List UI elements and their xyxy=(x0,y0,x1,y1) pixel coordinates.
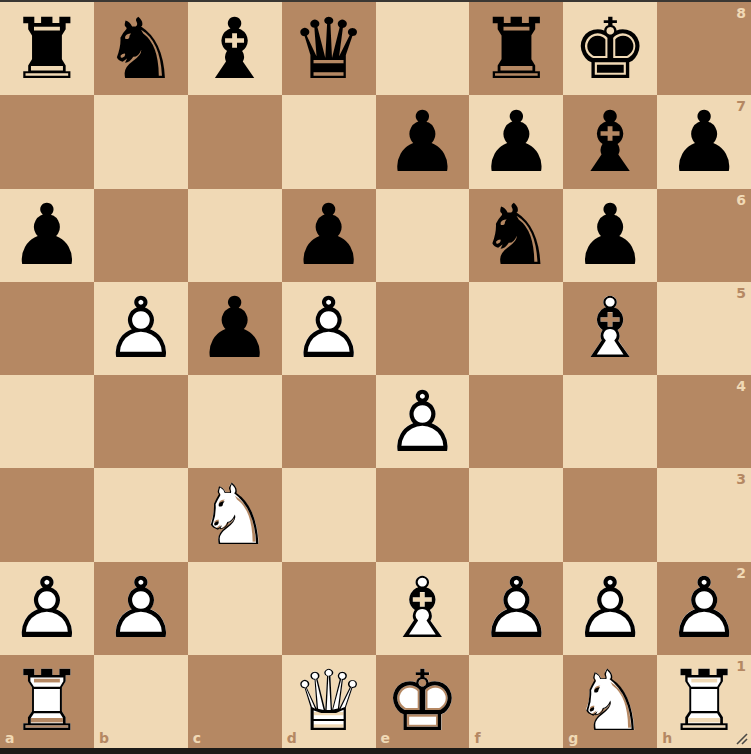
file-label-d: d xyxy=(287,731,297,745)
square-d3[interactable] xyxy=(282,468,376,561)
black-queen-icon: ♛ xyxy=(282,2,376,95)
black-pawn-icon: ♟ xyxy=(188,282,282,375)
square-c1[interactable]: c xyxy=(188,655,282,748)
square-a2[interactable]: ♟♙ xyxy=(0,562,94,655)
piece-fill: ♟ xyxy=(94,562,188,655)
square-g6[interactable]: ♟ xyxy=(563,189,657,282)
piece-outline: ♙ xyxy=(282,282,376,375)
square-f8[interactable]: ♜ xyxy=(469,2,563,95)
square-h7[interactable]: ♟7 xyxy=(657,95,751,188)
square-c4[interactable] xyxy=(188,375,282,468)
white-bishop-icon: ♝♗ xyxy=(376,562,470,655)
piece-fill: ♟ xyxy=(563,189,657,282)
square-g3[interactable] xyxy=(563,468,657,561)
square-d2[interactable] xyxy=(282,562,376,655)
square-b8[interactable]: ♞ xyxy=(94,2,188,95)
black-rook-icon: ♜ xyxy=(469,2,563,95)
square-h4[interactable]: 4 xyxy=(657,375,751,468)
piece-fill: ♛ xyxy=(282,2,376,95)
rank-label-4: 4 xyxy=(736,379,746,393)
square-h8[interactable]: 8 xyxy=(657,2,751,95)
piece-fill: ♟ xyxy=(469,95,563,188)
white-pawn-icon: ♟♙ xyxy=(94,562,188,655)
black-king-icon: ♚ xyxy=(563,2,657,95)
white-pawn-icon: ♟♙ xyxy=(0,562,94,655)
square-d4[interactable] xyxy=(282,375,376,468)
square-g7[interactable]: ♝ xyxy=(563,95,657,188)
piece-outline: ♙ xyxy=(563,562,657,655)
square-h3[interactable]: 3 xyxy=(657,468,751,561)
piece-fill: ♟ xyxy=(563,562,657,655)
black-knight-icon: ♞ xyxy=(469,189,563,282)
rank-label-3: 3 xyxy=(736,472,746,486)
square-b7[interactable] xyxy=(94,95,188,188)
square-g2[interactable]: ♟♙ xyxy=(563,562,657,655)
square-b3[interactable] xyxy=(94,468,188,561)
square-d8[interactable]: ♛ xyxy=(282,2,376,95)
square-a5[interactable] xyxy=(0,282,94,375)
rank-label-1: 1 xyxy=(736,659,746,673)
rank-label-6: 6 xyxy=(736,193,746,207)
white-pawn-icon: ♟♙ xyxy=(563,562,657,655)
piece-fill: ♞ xyxy=(188,468,282,561)
chess-app-window: ♜♞♝♛♜♚8♟♟♝♟7♟♟♞♟6♟♙♟♟♙♝♗5♟♙4♞♘3♟♙♟♙♝♗♟♙♟… xyxy=(0,0,751,754)
piece-fill: ♜ xyxy=(469,2,563,95)
square-e6[interactable] xyxy=(376,189,470,282)
square-e1[interactable]: ♚♔e xyxy=(376,655,470,748)
piece-fill: ♟ xyxy=(0,189,94,282)
file-label-a: a xyxy=(5,731,14,745)
square-g4[interactable] xyxy=(563,375,657,468)
piece-fill: ♟ xyxy=(0,562,94,655)
square-h1[interactable]: ♜♖1h xyxy=(657,655,751,748)
square-d7[interactable] xyxy=(282,95,376,188)
square-f5[interactable] xyxy=(469,282,563,375)
square-b1[interactable]: b xyxy=(94,655,188,748)
square-f3[interactable] xyxy=(469,468,563,561)
square-e7[interactable]: ♟ xyxy=(376,95,470,188)
piece-outline: ♙ xyxy=(376,375,470,468)
square-d5[interactable]: ♟♙ xyxy=(282,282,376,375)
board-resize-handle-icon[interactable] xyxy=(733,730,749,746)
piece-fill: ♟ xyxy=(376,375,470,468)
square-e4[interactable]: ♟♙ xyxy=(376,375,470,468)
chess-board: ♜♞♝♛♜♚8♟♟♝♟7♟♟♞♟6♟♙♟♟♙♝♗5♟♙4♞♘3♟♙♟♙♝♗♟♙♟… xyxy=(0,2,751,748)
white-pawn-icon: ♟♙ xyxy=(376,375,470,468)
white-pawn-icon: ♟♙ xyxy=(94,282,188,375)
black-knight-icon: ♞ xyxy=(94,2,188,95)
square-c3[interactable]: ♞♘ xyxy=(188,468,282,561)
piece-outline: ♙ xyxy=(94,282,188,375)
square-f4[interactable] xyxy=(469,375,563,468)
square-c8[interactable]: ♝ xyxy=(188,2,282,95)
piece-fill: ♟ xyxy=(282,189,376,282)
piece-outline: ♙ xyxy=(469,562,563,655)
black-pawn-icon: ♟ xyxy=(282,189,376,282)
white-pawn-icon: ♟♙ xyxy=(469,562,563,655)
square-e3[interactable] xyxy=(376,468,470,561)
black-rook-icon: ♜ xyxy=(0,2,94,95)
piece-fill: ♞ xyxy=(469,189,563,282)
rank-label-5: 5 xyxy=(736,286,746,300)
square-a8[interactable]: ♜ xyxy=(0,2,94,95)
square-h5[interactable]: 5 xyxy=(657,282,751,375)
square-f1[interactable]: f xyxy=(469,655,563,748)
piece-outline: ♗ xyxy=(563,282,657,375)
square-h6[interactable]: 6 xyxy=(657,189,751,282)
black-pawn-icon: ♟ xyxy=(0,189,94,282)
black-pawn-icon: ♟ xyxy=(376,95,470,188)
file-label-b: b xyxy=(99,731,109,745)
square-g8[interactable]: ♚ xyxy=(563,2,657,95)
square-d1[interactable]: ♛♕d xyxy=(282,655,376,748)
piece-fill: ♚ xyxy=(563,2,657,95)
file-label-c: c xyxy=(193,731,201,745)
square-c7[interactable] xyxy=(188,95,282,188)
piece-fill: ♟ xyxy=(188,282,282,375)
rank-label-8: 8 xyxy=(736,6,746,20)
rank-label-7: 7 xyxy=(736,99,746,113)
piece-outline: ♙ xyxy=(0,562,94,655)
white-knight-icon: ♞♘ xyxy=(188,468,282,561)
square-a6[interactable]: ♟ xyxy=(0,189,94,282)
square-b5[interactable]: ♟♙ xyxy=(94,282,188,375)
piece-outline: ♘ xyxy=(188,468,282,561)
square-a7[interactable] xyxy=(0,95,94,188)
square-e8[interactable] xyxy=(376,2,470,95)
square-b2[interactable]: ♟♙ xyxy=(94,562,188,655)
piece-fill: ♟ xyxy=(94,282,188,375)
square-e2[interactable]: ♝♗ xyxy=(376,562,470,655)
file-label-h: h xyxy=(662,731,672,745)
file-label-g: g xyxy=(568,731,578,745)
square-g1[interactable]: ♞♘g xyxy=(563,655,657,748)
file-label-e: e xyxy=(381,731,391,745)
piece-fill: ♟ xyxy=(376,95,470,188)
square-c6[interactable] xyxy=(188,189,282,282)
piece-fill: ♞ xyxy=(94,2,188,95)
piece-fill: ♟ xyxy=(282,282,376,375)
black-bishop-icon: ♝ xyxy=(188,2,282,95)
square-a4[interactable] xyxy=(0,375,94,468)
square-c2[interactable] xyxy=(188,562,282,655)
square-b6[interactable] xyxy=(94,189,188,282)
file-label-f: f xyxy=(474,731,480,745)
piece-fill: ♝ xyxy=(376,562,470,655)
square-f7[interactable]: ♟ xyxy=(469,95,563,188)
square-a1[interactable]: ♜♖a xyxy=(0,655,94,748)
piece-fill: ♜ xyxy=(0,2,94,95)
white-bishop-icon: ♝♗ xyxy=(563,282,657,375)
page-bottom-strip xyxy=(0,748,751,754)
piece-outline: ♙ xyxy=(94,562,188,655)
square-e5[interactable] xyxy=(376,282,470,375)
square-a3[interactable] xyxy=(0,468,94,561)
rank-label-2: 2 xyxy=(736,566,746,580)
square-d6[interactable]: ♟ xyxy=(282,189,376,282)
black-pawn-icon: ♟ xyxy=(469,95,563,188)
black-bishop-icon: ♝ xyxy=(563,95,657,188)
piece-fill: ♝ xyxy=(563,282,657,375)
square-f6[interactable]: ♞ xyxy=(469,189,563,282)
square-b4[interactable] xyxy=(94,375,188,468)
square-h2[interactable]: ♟♙2 xyxy=(657,562,751,655)
piece-fill: ♟ xyxy=(469,562,563,655)
black-pawn-icon: ♟ xyxy=(563,189,657,282)
piece-fill: ♝ xyxy=(188,2,282,95)
square-c5[interactable]: ♟ xyxy=(188,282,282,375)
piece-fill: ♝ xyxy=(563,95,657,188)
square-g5[interactable]: ♝♗ xyxy=(563,282,657,375)
white-pawn-icon: ♟♙ xyxy=(282,282,376,375)
piece-outline: ♗ xyxy=(376,562,470,655)
square-f2[interactable]: ♟♙ xyxy=(469,562,563,655)
